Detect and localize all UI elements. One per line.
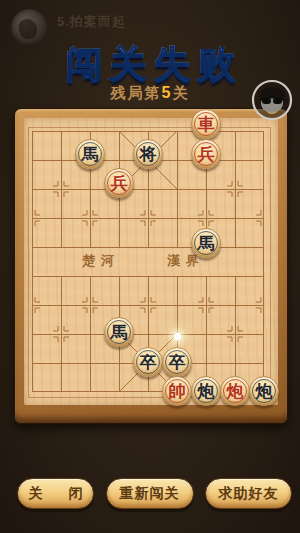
piece-black-horse[interactable]: 馬: [104, 317, 134, 347]
piece-glyph: 卒: [140, 354, 157, 371]
piece-black-soldier[interactable]: 卒: [133, 347, 163, 377]
piece-black-general[interactable]: 将: [133, 139, 163, 169]
incognito-face-icon: [251, 79, 293, 121]
retry-button[interactable]: 重新闯关: [106, 478, 194, 509]
piece-glyph: 車: [198, 116, 215, 133]
piece-glyph: 馬: [111, 324, 128, 341]
caption-suffix: 关: [172, 84, 189, 101]
piece-red-soldier[interactable]: 兵: [191, 139, 221, 169]
retry-button-label: 重新闯关: [120, 485, 180, 503]
piece-red-general[interactable]: 帥: [162, 376, 192, 406]
ask-friends-button-label: 求助好友: [219, 485, 279, 503]
piece-glyph: 馬: [198, 235, 215, 252]
caption-level-number: 5: [162, 84, 173, 101]
xiangqi-board: 楚河 漢界 車馬将兵兵馬馬卒卒帥炮炮炮: [14, 108, 288, 424]
close-button-label: 关 闭: [29, 485, 94, 503]
piece-black-cannon[interactable]: 炮: [249, 376, 279, 406]
piece-glyph: 炮: [227, 383, 244, 400]
piece-glyph: 卒: [169, 354, 186, 371]
piece-red-cannon[interactable]: 炮: [220, 376, 250, 406]
piece-glyph: 帥: [169, 383, 186, 400]
piece-glyph: 炮: [198, 383, 215, 400]
ask-friends-button[interactable]: 求助好友: [205, 478, 292, 509]
piece-black-soldier[interactable]: 卒: [162, 347, 192, 377]
hint-dot: [174, 333, 181, 340]
piece-glyph: 兵: [198, 146, 215, 163]
helper-badge-button[interactable]: [251, 79, 293, 121]
piece-glyph: 将: [140, 146, 157, 163]
action-bar: 关 闭 重新闯关 求助好友: [17, 478, 292, 509]
piece-black-cannon[interactable]: 炮: [191, 376, 221, 406]
game-screen: 5.拍案而起 闯关失败 残局第5关 楚河 漢界: [0, 0, 300, 533]
piece-red-soldier[interactable]: 兵: [104, 168, 134, 198]
piece-glyph: 兵: [111, 175, 128, 192]
close-button[interactable]: 关 闭: [17, 478, 94, 509]
level-list-item: 5.拍案而起: [57, 13, 126, 31]
piece-black-horse[interactable]: 馬: [75, 139, 105, 169]
board-surface: 楚河 漢界 車馬将兵兵馬馬卒卒帥炮炮炮: [24, 118, 278, 405]
piece-black-horse[interactable]: 馬: [191, 228, 221, 258]
pieces-layer: 車馬将兵兵馬馬卒卒帥炮炮炮: [24, 118, 278, 405]
piece-glyph: 炮: [256, 383, 273, 400]
piece-red-chariot[interactable]: 車: [191, 109, 221, 139]
caption-prefix: 残局第: [111, 84, 162, 101]
piece-glyph: 馬: [82, 146, 99, 163]
